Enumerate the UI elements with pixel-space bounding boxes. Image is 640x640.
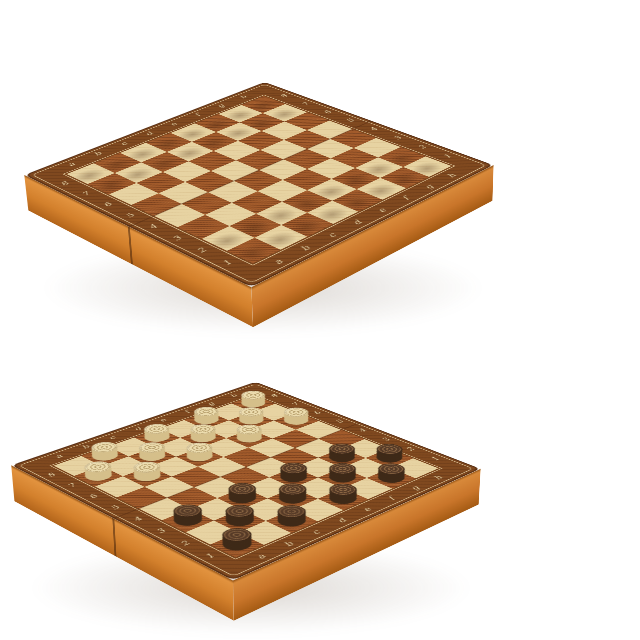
product-photo: 8877665544332211aabbccddeeffgghh ♜♞♝♛♚♝♞…: [0, 0, 640, 640]
file-label: d: [349, 219, 364, 226]
square-a5: [131, 193, 181, 216]
square-b5: [159, 182, 209, 204]
rank-label: 3: [169, 235, 184, 242]
rank-label: 4: [130, 516, 145, 523]
file-label: f: [399, 196, 412, 201]
square-a5: [117, 487, 167, 509]
rank-label: 7: [65, 482, 79, 488]
rank-label: 6: [86, 493, 100, 499]
rank-label: 5: [108, 504, 122, 511]
file-label: f: [385, 496, 398, 502]
chess-piece-glyph: ♟: [92, 142, 132, 186]
file-label: c: [308, 529, 323, 536]
rank-label: 6: [100, 201, 114, 208]
file-label: d: [334, 517, 349, 524]
file-label: e: [359, 506, 374, 512]
rank-label: 1: [202, 552, 218, 560]
rank-label: 3: [153, 528, 168, 535]
rank-label: 2: [194, 247, 209, 254]
file-label: c: [324, 232, 339, 239]
file-label: g: [408, 485, 423, 491]
file-label: e: [374, 207, 389, 214]
square-a4: [154, 204, 205, 227]
rank-label: 7: [79, 191, 93, 197]
file-label: a: [253, 553, 268, 560]
square-c5: [172, 467, 221, 488]
file-label: g: [421, 184, 436, 190]
rank-label: 5: [123, 212, 138, 219]
rank-label: 8: [44, 472, 58, 478]
file-label: b: [297, 245, 313, 252]
rank-label: 8: [58, 181, 72, 187]
file-label: h: [444, 173, 459, 179]
rank-label: 4: [146, 223, 161, 230]
rank-label: 1: [219, 259, 235, 267]
file-label: b: [281, 540, 297, 547]
rank-label: 2: [177, 540, 192, 547]
file-label: a: [270, 258, 286, 265]
chess-piece-glyph: ♜: [228, 196, 279, 253]
file-label: h: [431, 475, 446, 481]
chess-board-scene: 8877665544332211aabbccddeeffgghh ♜♞♝♛♚♝♞…: [0, 0, 640, 320]
checkers-board-scene: 8877665544332211aabbccddeeffgghh: [0, 320, 640, 640]
